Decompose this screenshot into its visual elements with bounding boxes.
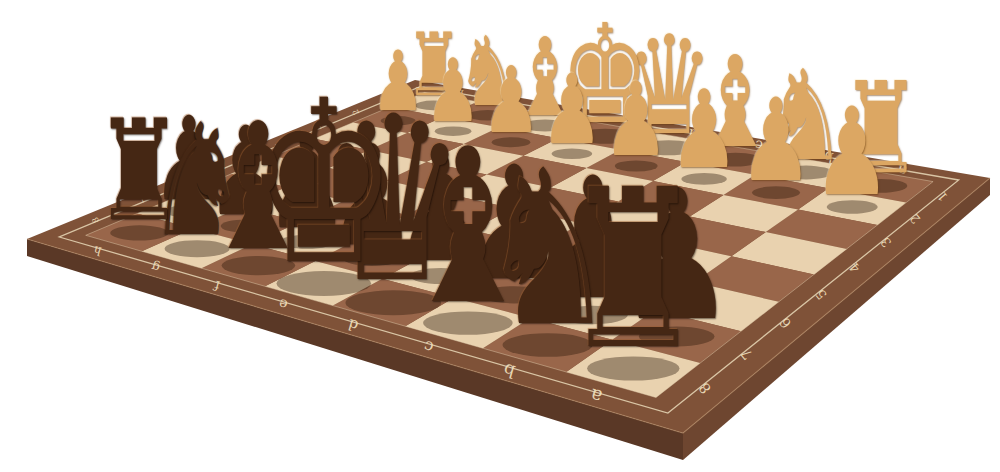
piece-black-rook-h8[interactable]: ♜ <box>95 102 185 241</box>
chessboard-photo: hgfedcbahgfedcba8765432187654321 ♜♞♝♛♚♝♞… <box>0 0 1000 472</box>
piece-white-pawn-b2[interactable]: ♟ <box>739 84 813 198</box>
piece-white-pawn-a2[interactable]: ♟ <box>813 92 891 213</box>
